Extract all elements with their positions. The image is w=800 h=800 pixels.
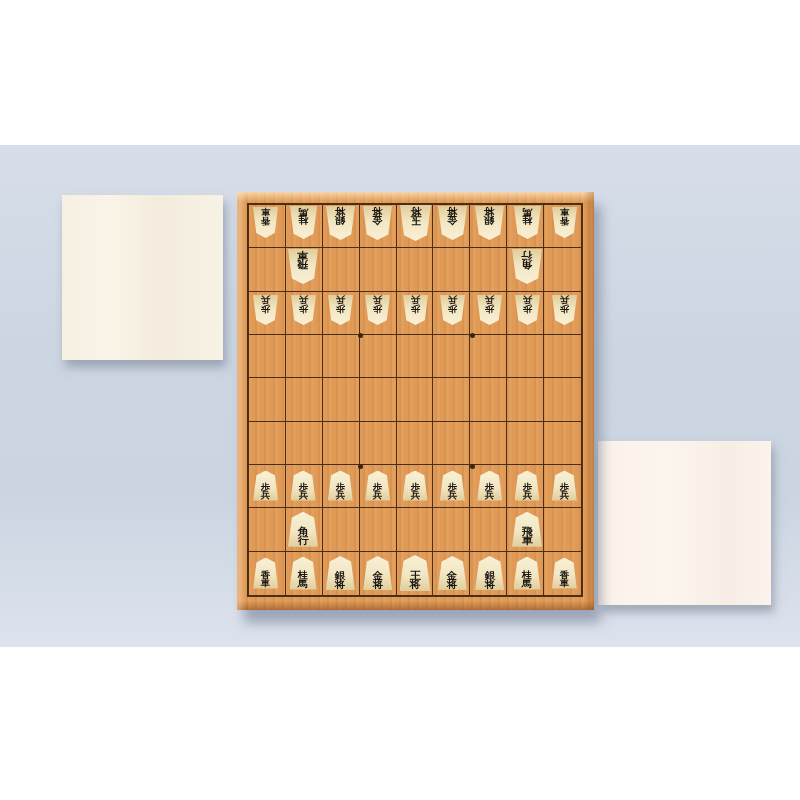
- shogi-piece-gote-knight[interactable]: 桂馬: [290, 206, 317, 239]
- piece-kanji: 歩: [336, 305, 345, 313]
- shogi-piece-sente-pawn[interactable]: 歩兵: [403, 471, 428, 501]
- piece-kanji: 兵: [448, 491, 457, 499]
- piece-kanji: 将: [484, 580, 495, 589]
- shogi-piece-gote-gold[interactable]: 金将: [438, 206, 467, 240]
- shogi-piece-sente-pawn[interactable]: 歩兵: [515, 471, 540, 501]
- piece-kanji: 兵: [522, 491, 531, 499]
- piece-kanji: 兵: [560, 491, 569, 499]
- board-edge-top: [237, 192, 594, 202]
- shogi-piece-sente-pawn[interactable]: 歩兵: [328, 471, 353, 501]
- shogi-piece-gote-king[interactable]: 玉将: [400, 205, 431, 241]
- shogi-piece-gote-pawn[interactable]: 歩兵: [403, 295, 428, 325]
- piece-kanji: 歩: [373, 305, 382, 313]
- shogi-piece-sente-gold[interactable]: 金将: [438, 556, 467, 590]
- piece-kanji: 兵: [448, 296, 457, 304]
- shogi-piece-sente-knight[interactable]: 桂馬: [290, 557, 317, 590]
- piece-kanji: 兵: [560, 296, 569, 304]
- pieces-layer: 香車桂馬銀将金将玉将金将銀将桂馬香車飛車角行歩兵歩兵歩兵歩兵歩兵歩兵歩兵歩兵歩兵…: [247, 203, 583, 597]
- board-edge-bottom: [237, 601, 594, 610]
- shogi-piece-sente-silver[interactable]: 銀将: [326, 556, 355, 590]
- shogi-piece-sente-silver[interactable]: 銀将: [475, 556, 504, 590]
- piece-kanji: 将: [372, 207, 383, 216]
- piece-kanji: 歩: [560, 305, 569, 313]
- shogi-piece-sente-rook[interactable]: 飛車: [512, 512, 542, 547]
- shogi-piece-gote-pawn[interactable]: 歩兵: [253, 295, 278, 325]
- shogi-piece-sente-bishop[interactable]: 角行: [288, 512, 318, 547]
- piece-kanji: 車: [560, 579, 569, 587]
- shogi-piece-sente-lance[interactable]: 香車: [253, 558, 278, 589]
- shogi-piece-gote-knight[interactable]: 桂馬: [514, 206, 541, 239]
- piece-kanji: 金: [372, 216, 383, 225]
- piece-kanji: 将: [484, 207, 495, 216]
- shogi-piece-gote-pawn[interactable]: 歩兵: [328, 295, 353, 325]
- piece-kanji: 兵: [410, 296, 419, 304]
- shogi-piece-gote-pawn[interactable]: 歩兵: [291, 295, 316, 325]
- piece-kanji: 車: [297, 250, 308, 260]
- product-photo: 香車桂馬銀将金将玉将金将銀将桂馬香車飛車角行歩兵歩兵歩兵歩兵歩兵歩兵歩兵歩兵歩兵…: [0, 0, 800, 800]
- piece-stand-right: [598, 441, 771, 605]
- shogi-piece-gote-pawn[interactable]: 歩兵: [440, 295, 465, 325]
- shogi-piece-gote-lance[interactable]: 香車: [253, 207, 278, 238]
- shogi-piece-gote-silver[interactable]: 銀将: [326, 206, 355, 240]
- piece-kanji: 兵: [336, 491, 345, 499]
- piece-kanji: 兵: [298, 491, 307, 499]
- shogi-piece-sente-pawn[interactable]: 歩兵: [253, 471, 278, 501]
- piece-kanji: 兵: [485, 296, 494, 304]
- piece-kanji: 銀: [335, 216, 346, 225]
- piece-kanji: 兵: [485, 491, 494, 499]
- piece-kanji: 兵: [522, 296, 531, 304]
- piece-kanji: 車: [521, 536, 532, 546]
- piece-kanji: 将: [409, 206, 420, 216]
- shogi-piece-sente-knight[interactable]: 桂馬: [514, 557, 541, 590]
- piece-kanji: 将: [447, 580, 458, 589]
- piece-kanji: 兵: [410, 491, 419, 499]
- board-edge-right: [584, 192, 594, 610]
- piece-kanji: 車: [261, 579, 270, 587]
- shogi-piece-sente-lance[interactable]: 香車: [552, 558, 577, 589]
- piece-kanji: 歩: [485, 305, 494, 313]
- shogi-piece-gote-pawn[interactable]: 歩兵: [365, 295, 390, 325]
- shogi-piece-sente-pawn[interactable]: 歩兵: [365, 471, 390, 501]
- piece-kanji: 馬: [298, 207, 308, 216]
- shogi-piece-gote-silver[interactable]: 銀将: [475, 206, 504, 240]
- shogi-piece-gote-pawn[interactable]: 歩兵: [552, 295, 577, 325]
- piece-kanji: 行: [297, 536, 308, 546]
- piece-kanji: 将: [335, 207, 346, 216]
- piece-kanji: 馬: [298, 580, 308, 589]
- piece-kanji: 車: [261, 208, 270, 216]
- shogi-piece-gote-gold[interactable]: 金将: [363, 206, 392, 240]
- shogi-piece-gote-lance[interactable]: 香車: [552, 207, 577, 238]
- piece-kanji: 香: [560, 217, 569, 225]
- piece-kanji: 兵: [336, 296, 345, 304]
- piece-kanji: 歩: [261, 305, 270, 313]
- piece-kanji: 兵: [261, 491, 270, 499]
- piece-kanji: 金: [447, 216, 458, 225]
- piece-kanji: 将: [335, 580, 346, 589]
- shogi-piece-gote-rook[interactable]: 飛車: [288, 249, 318, 284]
- shogi-piece-sente-pawn[interactable]: 歩兵: [552, 471, 577, 501]
- piece-kanji: 将: [447, 207, 458, 216]
- shogi-piece-sente-pawn[interactable]: 歩兵: [291, 471, 316, 501]
- piece-kanji: 馬: [522, 207, 532, 216]
- piece-kanji: 兵: [261, 296, 270, 304]
- shogi-board: 香車桂馬銀将金将玉将金将銀将桂馬香車飛車角行歩兵歩兵歩兵歩兵歩兵歩兵歩兵歩兵歩兵…: [237, 192, 594, 610]
- piece-kanji: 銀: [484, 216, 495, 225]
- piece-kanji: 兵: [298, 296, 307, 304]
- shogi-piece-gote-bishop[interactable]: 角行: [512, 249, 542, 284]
- shogi-piece-sente-gold[interactable]: 金将: [363, 556, 392, 590]
- shogi-piece-gote-pawn[interactable]: 歩兵: [515, 295, 540, 325]
- piece-kanji: 歩: [448, 305, 457, 313]
- piece-kanji: 将: [372, 580, 383, 589]
- piece-kanji: 行: [521, 250, 532, 260]
- piece-kanji: 兵: [373, 296, 382, 304]
- shogi-piece-sente-king[interactable]: 王将: [400, 555, 431, 591]
- piece-kanji: 歩: [298, 305, 307, 313]
- piece-kanji: 香: [261, 217, 270, 225]
- piece-kanji: 車: [560, 208, 569, 216]
- piece-kanji: 歩: [522, 305, 531, 313]
- piece-kanji: 将: [409, 580, 420, 590]
- board-edge-left: [237, 192, 246, 610]
- piece-kanji: 歩: [410, 305, 419, 313]
- piece-stand-left: [62, 195, 223, 360]
- piece-kanji: 兵: [373, 491, 382, 499]
- shogi-piece-sente-pawn[interactable]: 歩兵: [477, 471, 502, 501]
- shogi-piece-gote-pawn[interactable]: 歩兵: [477, 295, 502, 325]
- shogi-piece-sente-pawn[interactable]: 歩兵: [440, 471, 465, 501]
- piece-kanji: 馬: [522, 580, 532, 589]
